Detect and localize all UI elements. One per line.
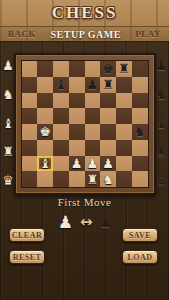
- board-frame: ♚♜♝♟♜♚♞♝♟♟♟♜♞: [14, 53, 156, 195]
- tray-black-pawn[interactable]: ♟: [155, 59, 167, 72]
- square-b8[interactable]: [37, 61, 53, 77]
- square-h6[interactable]: [132, 93, 148, 109]
- square-a3[interactable]: [22, 140, 38, 156]
- nav-setup-game[interactable]: SETUP GAME: [51, 29, 121, 40]
- tray-black-queen[interactable]: ♛: [155, 174, 167, 187]
- square-b4[interactable]: ♚: [37, 124, 53, 140]
- square-e2[interactable]: ♟: [85, 156, 101, 172]
- square-d2[interactable]: ♟: [69, 156, 85, 172]
- square-g5[interactable]: [116, 108, 132, 124]
- tray-white-bishop[interactable]: ♝: [2, 117, 14, 130]
- black-first-option[interactable]: ♟: [100, 216, 112, 229]
- square-h4[interactable]: ♞: [132, 124, 148, 140]
- white-pawn-f2[interactable]: ♟: [102, 157, 114, 170]
- square-c4[interactable]: [53, 124, 69, 140]
- square-g8[interactable]: ♜: [116, 61, 132, 77]
- square-e4[interactable]: [85, 124, 101, 140]
- white-king-b4[interactable]: ♚: [39, 125, 51, 138]
- square-f6[interactable]: [100, 93, 116, 109]
- square-a1[interactable]: [22, 171, 38, 187]
- square-b3[interactable]: [37, 140, 53, 156]
- square-g4[interactable]: [116, 124, 132, 140]
- square-b5[interactable]: [37, 108, 53, 124]
- tray-white-rook[interactable]: ♜: [2, 145, 14, 158]
- square-f3[interactable]: [100, 140, 116, 156]
- black-pawn-e7[interactable]: ♟: [87, 78, 99, 91]
- square-f5[interactable]: [100, 108, 116, 124]
- square-e8[interactable]: [85, 61, 101, 77]
- reset-button[interactable]: RESET: [9, 250, 45, 264]
- square-a7[interactable]: [22, 77, 38, 93]
- square-f2[interactable]: ♟: [100, 156, 116, 172]
- app-title: CHESS: [0, 3, 169, 23]
- square-f4[interactable]: [100, 124, 116, 140]
- square-c1[interactable]: [53, 171, 69, 187]
- square-f8[interactable]: ♚: [100, 61, 116, 77]
- square-c7[interactable]: ♝: [53, 77, 69, 93]
- black-knight-h4[interactable]: ♞: [134, 125, 146, 138]
- white-pawn-d2[interactable]: ♟: [71, 157, 83, 170]
- square-h3[interactable]: [132, 140, 148, 156]
- square-a5[interactable]: [22, 108, 38, 124]
- nav-bar: BACK SETUP GAME PLAY: [0, 27, 169, 42]
- square-b1[interactable]: [37, 171, 53, 187]
- black-piece-tray: ♟♞♝♜♛: [153, 57, 169, 189]
- square-h8[interactable]: [132, 61, 148, 77]
- square-g2[interactable]: [116, 156, 132, 172]
- tray-white-pawn[interactable]: ♟: [2, 59, 14, 72]
- square-h5[interactable]: [132, 108, 148, 124]
- square-g3[interactable]: [116, 140, 132, 156]
- white-first-option[interactable]: ♟: [58, 214, 73, 231]
- square-d1[interactable]: [69, 171, 85, 187]
- square-e3[interactable]: [85, 140, 101, 156]
- square-e1[interactable]: ♜: [85, 171, 101, 187]
- square-h1[interactable]: [132, 171, 148, 187]
- square-c6[interactable]: [53, 93, 69, 109]
- square-d4[interactable]: [69, 124, 85, 140]
- square-g7[interactable]: [116, 77, 132, 93]
- square-f1[interactable]: ♞: [100, 171, 116, 187]
- load-button[interactable]: LOAD: [122, 250, 158, 264]
- square-d5[interactable]: [69, 108, 85, 124]
- square-a2[interactable]: [22, 156, 38, 172]
- square-c5[interactable]: [53, 108, 69, 124]
- square-h7[interactable]: [132, 77, 148, 93]
- square-b7[interactable]: [37, 77, 53, 93]
- square-a4[interactable]: [22, 124, 38, 140]
- tray-black-rook[interactable]: ♜: [155, 145, 167, 158]
- square-f7[interactable]: ♜: [100, 77, 116, 93]
- black-bishop-c7[interactable]: ♝: [55, 78, 67, 91]
- tray-white-knight[interactable]: ♞: [2, 88, 14, 101]
- square-e6[interactable]: [85, 93, 101, 109]
- square-h2[interactable]: [132, 156, 148, 172]
- white-bishop-b2[interactable]: ♝: [39, 157, 51, 170]
- nav-play[interactable]: PLAY: [135, 29, 161, 39]
- square-d8[interactable]: [69, 61, 85, 77]
- nav-back[interactable]: BACK: [8, 29, 36, 39]
- square-a6[interactable]: [22, 93, 38, 109]
- square-e7[interactable]: ♟: [85, 77, 101, 93]
- square-b6[interactable]: [37, 93, 53, 109]
- square-e5[interactable]: [85, 108, 101, 124]
- save-button[interactable]: SAVE: [122, 228, 158, 242]
- first-move-label: First Move: [0, 196, 169, 208]
- white-knight-f1[interactable]: ♞: [102, 173, 114, 186]
- swap-sides-arrow-icon[interactable]: ↔: [80, 215, 93, 230]
- square-d6[interactable]: [69, 93, 85, 109]
- square-d7[interactable]: [69, 77, 85, 93]
- square-d3[interactable]: [69, 140, 85, 156]
- black-rook-f7[interactable]: ♜: [102, 78, 114, 91]
- app-header: CHESS: [0, 0, 169, 27]
- square-g6[interactable]: [116, 93, 132, 109]
- tray-white-queen[interactable]: ♛: [2, 174, 14, 187]
- white-pawn-e2[interactable]: ♟: [87, 157, 99, 170]
- square-g1[interactable]: [116, 171, 132, 187]
- black-king-f8[interactable]: ♚: [102, 62, 114, 75]
- chess-app: CHESS BACK SETUP GAME PLAY ♟♞♝♜♛ ♚♜♝♟♜♚♞…: [0, 0, 169, 300]
- black-rook-g8[interactable]: ♜: [118, 62, 130, 75]
- square-c8[interactable]: [53, 61, 69, 77]
- square-b2[interactable]: ♝: [37, 156, 53, 172]
- clear-button[interactable]: CLEAR: [9, 228, 45, 242]
- square-c3[interactable]: [53, 140, 69, 156]
- board-grid: ♚♜♝♟♜♚♞♝♟♟♟♜♞: [21, 60, 149, 188]
- white-rook-e1[interactable]: ♜: [87, 173, 99, 186]
- tray-black-knight[interactable]: ♞: [155, 88, 167, 101]
- tray-black-bishop[interactable]: ♝: [155, 117, 167, 130]
- square-c2[interactable]: [53, 156, 69, 172]
- square-a8[interactable]: [22, 61, 38, 77]
